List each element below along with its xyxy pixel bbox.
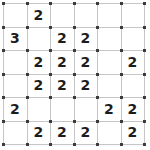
cell-r4c4[interactable]: 2: [97, 97, 121, 121]
grid-dot: [73, 2, 76, 5]
grid-dot: [2, 26, 5, 29]
cell-r3c5[interactable]: [121, 74, 145, 98]
cell-r1c0[interactable]: 3: [3, 27, 27, 51]
grid-dot: [73, 49, 76, 52]
cell-r0c2[interactable]: [50, 3, 74, 27]
cell-r4c3[interactable]: [74, 97, 98, 121]
cell-r5c2[interactable]: 2: [50, 121, 74, 145]
grid-dot: [49, 26, 52, 29]
grid-dot: [26, 143, 29, 146]
cell-r3c3[interactable]: 2: [74, 74, 98, 98]
cell-r1c5[interactable]: [121, 27, 145, 51]
cell-r3c4[interactable]: [97, 74, 121, 98]
grid-dot: [143, 26, 146, 29]
grid-dot: [143, 120, 146, 123]
grid-dot: [120, 143, 123, 146]
cell-r4c0[interactable]: 2: [3, 97, 27, 121]
grid-dot: [96, 143, 99, 146]
grid-dot: [49, 2, 52, 5]
grid-dot: [120, 73, 123, 76]
grid-dot: [2, 49, 5, 52]
cell-r2c1[interactable]: 2: [27, 50, 51, 74]
grid-dot: [143, 49, 146, 52]
grid-dot: [143, 143, 146, 146]
grid-dot: [73, 73, 76, 76]
grid-dot: [96, 120, 99, 123]
grid-dot: [96, 96, 99, 99]
cell-r3c2[interactable]: 2: [50, 74, 74, 98]
cell-r5c5[interactable]: 2: [121, 121, 145, 145]
grid-dot: [2, 143, 5, 146]
cell-r1c1[interactable]: [27, 27, 51, 51]
cell-r2c2[interactable]: 2: [50, 50, 74, 74]
cell-r0c5[interactable]: [121, 3, 145, 27]
cell-r4c5[interactable]: 2: [121, 97, 145, 121]
grid-dot: [96, 73, 99, 76]
grid-dot: [73, 26, 76, 29]
grid-dot: [2, 96, 5, 99]
cell-r3c0[interactable]: [3, 74, 27, 98]
cell-r5c3[interactable]: 2: [74, 121, 98, 145]
grid-dot: [120, 96, 123, 99]
grid-dot: [73, 96, 76, 99]
cell-r2c5[interactable]: 2: [121, 50, 145, 74]
grid-dot: [143, 96, 146, 99]
grid-dot: [143, 73, 146, 76]
grid-dot: [26, 73, 29, 76]
slitherlink-board[interactable]: 232222222222222222: [3, 3, 145, 145]
grid-dot: [120, 120, 123, 123]
cell-r2c4[interactable]: [97, 50, 121, 74]
grid-dot: [26, 96, 29, 99]
grid-dot: [49, 73, 52, 76]
grid-dot: [96, 49, 99, 52]
cell-r5c4[interactable]: [97, 121, 121, 145]
cell-r5c1[interactable]: 2: [27, 121, 51, 145]
grid-dot: [96, 26, 99, 29]
grid-dot: [73, 143, 76, 146]
cell-r4c2[interactable]: [50, 97, 74, 121]
grid-dot: [120, 26, 123, 29]
cell-r5c0[interactable]: [3, 121, 27, 145]
grid-dot: [2, 73, 5, 76]
grid-dot: [120, 2, 123, 5]
grid-dot: [2, 120, 5, 123]
cell-r0c0[interactable]: [3, 3, 27, 27]
grid-dot: [26, 120, 29, 123]
grid-dot: [26, 26, 29, 29]
cell-r1c3[interactable]: 2: [74, 27, 98, 51]
grid-dot: [49, 96, 52, 99]
grid-dot: [26, 2, 29, 5]
grid-dot: [49, 49, 52, 52]
cell-r4c1[interactable]: [27, 97, 51, 121]
grid-dot: [49, 143, 52, 146]
grid-dot: [73, 120, 76, 123]
grid-dot: [26, 49, 29, 52]
cell-r2c3[interactable]: 2: [74, 50, 98, 74]
cell-r2c0[interactable]: [3, 50, 27, 74]
grid-dot: [96, 2, 99, 5]
grid-dot: [49, 120, 52, 123]
grid-dot: [120, 49, 123, 52]
grid-dot: [143, 2, 146, 5]
cell-r0c4[interactable]: [97, 3, 121, 27]
cell-r0c3[interactable]: [74, 3, 98, 27]
cell-r1c4[interactable]: [97, 27, 121, 51]
cell-r3c1[interactable]: 2: [27, 74, 51, 98]
puzzle-page: 232222222222222222: [0, 0, 150, 150]
grid-dot: [2, 2, 5, 5]
cell-r1c2[interactable]: 2: [50, 27, 74, 51]
cell-r0c1[interactable]: 2: [27, 3, 51, 27]
